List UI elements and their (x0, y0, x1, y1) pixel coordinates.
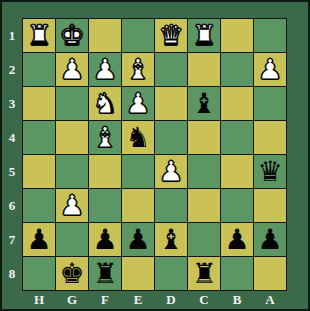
square-d6[interactable] (155, 189, 187, 222)
square-b5[interactable] (221, 155, 253, 188)
piece-white-pawn: ♟︎ (257, 56, 282, 84)
file-label-d: D (155, 291, 187, 308)
square-a4[interactable] (254, 121, 286, 154)
piece-black-pawn: ♟︎ (224, 226, 249, 254)
square-c1[interactable]: ♜︎ (188, 19, 220, 52)
file-label-e: E (122, 291, 154, 308)
square-h7[interactable]: ♟︎ (23, 223, 55, 256)
chess-board: ♜︎♚︎♛︎♜︎♟︎♟︎♝︎♟︎♞︎♟︎♝︎♝︎♞︎♟︎♛︎♟︎♟︎♟︎♟︎♝︎… (22, 18, 287, 291)
square-b3[interactable] (221, 87, 253, 120)
square-g3[interactable] (56, 87, 88, 120)
square-f7[interactable]: ♟︎ (89, 223, 121, 256)
square-h4[interactable] (23, 121, 55, 154)
square-b4[interactable] (221, 121, 253, 154)
piece-black-knight: ♞︎ (125, 124, 150, 152)
file-label-a: A (254, 291, 286, 308)
rank-labels: 12345678 (2, 19, 22, 291)
square-c8[interactable]: ♜︎ (188, 257, 220, 290)
piece-black-pawn: ♟︎ (125, 226, 150, 254)
rank-label-2: 2 (2, 53, 22, 87)
square-c2[interactable] (188, 53, 220, 86)
square-g2[interactable]: ♟︎ (56, 53, 88, 86)
square-f3[interactable]: ♞︎ (89, 87, 121, 120)
file-label-h: H (23, 291, 55, 308)
square-g7[interactable] (56, 223, 88, 256)
square-d8[interactable] (155, 257, 187, 290)
chess-board-frame: 12345678 ♜︎♚︎♛︎♜︎♟︎♟︎♝︎♟︎♞︎♟︎♝︎♝︎♞︎♟︎♛︎♟… (0, 0, 310, 311)
piece-white-bishop: ♝︎ (125, 56, 150, 84)
square-a1[interactable] (254, 19, 286, 52)
square-c6[interactable] (188, 189, 220, 222)
file-label-g: G (56, 291, 88, 308)
square-c3[interactable]: ♝︎ (188, 87, 220, 120)
piece-black-bishop: ♝︎ (191, 90, 216, 118)
square-a8[interactable] (254, 257, 286, 290)
square-h8[interactable] (23, 257, 55, 290)
piece-black-pawn: ♟︎ (92, 226, 117, 254)
square-h3[interactable] (23, 87, 55, 120)
square-h1[interactable]: ♜︎ (23, 19, 55, 52)
rank-label-1: 1 (2, 19, 22, 53)
piece-black-pawn: ♟︎ (257, 226, 282, 254)
rank-label-4: 4 (2, 121, 22, 155)
file-label-f: F (89, 291, 121, 308)
square-a3[interactable] (254, 87, 286, 120)
square-d3[interactable] (155, 87, 187, 120)
piece-white-knight: ♞︎ (92, 90, 117, 118)
square-e2[interactable]: ♝︎ (122, 53, 154, 86)
rank-label-7: 7 (2, 223, 22, 257)
square-a5[interactable]: ♛︎ (254, 155, 286, 188)
piece-black-bishop: ♝︎ (158, 226, 183, 254)
piece-black-pawn: ♟︎ (26, 226, 51, 254)
square-c4[interactable] (188, 121, 220, 154)
square-e1[interactable] (122, 19, 154, 52)
piece-white-rook: ♜︎ (191, 22, 216, 50)
square-a2[interactable]: ♟︎ (254, 53, 286, 86)
square-a7[interactable]: ♟︎ (254, 223, 286, 256)
square-a6[interactable] (254, 189, 286, 222)
square-b2[interactable] (221, 53, 253, 86)
square-g6[interactable]: ♟︎ (56, 189, 88, 222)
piece-white-pawn: ♟︎ (125, 90, 150, 118)
square-h5[interactable] (23, 155, 55, 188)
square-d2[interactable] (155, 53, 187, 86)
piece-white-king: ♚︎ (59, 22, 84, 50)
file-labels: HGFEDCBA (23, 291, 286, 308)
square-e3[interactable]: ♟︎ (122, 87, 154, 120)
piece-white-bishop: ♝︎ (92, 124, 117, 152)
square-e6[interactable] (122, 189, 154, 222)
square-e8[interactable] (122, 257, 154, 290)
square-d5[interactable]: ♟︎ (155, 155, 187, 188)
square-d7[interactable]: ♝︎ (155, 223, 187, 256)
square-c7[interactable] (188, 223, 220, 256)
square-d1[interactable]: ♛︎ (155, 19, 187, 52)
square-f5[interactable] (89, 155, 121, 188)
piece-white-rook: ♜︎ (26, 22, 51, 50)
piece-white-pawn: ♟︎ (59, 192, 84, 220)
piece-black-rook: ♜︎ (92, 260, 117, 288)
square-b6[interactable] (221, 189, 253, 222)
square-f4[interactable]: ♝︎ (89, 121, 121, 154)
square-h2[interactable] (23, 53, 55, 86)
square-b8[interactable] (221, 257, 253, 290)
piece-white-queen: ♛︎ (158, 22, 183, 50)
file-label-b: B (221, 291, 253, 308)
square-g5[interactable] (56, 155, 88, 188)
piece-white-pawn: ♟︎ (158, 158, 183, 186)
piece-white-pawn: ♟︎ (92, 56, 117, 84)
square-b1[interactable] (221, 19, 253, 52)
square-e4[interactable]: ♞︎ (122, 121, 154, 154)
square-g1[interactable]: ♚︎ (56, 19, 88, 52)
square-f8[interactable]: ♜︎ (89, 257, 121, 290)
square-f2[interactable]: ♟︎ (89, 53, 121, 86)
square-f6[interactable] (89, 189, 121, 222)
rank-label-8: 8 (2, 257, 22, 291)
square-d4[interactable] (155, 121, 187, 154)
square-c5[interactable] (188, 155, 220, 188)
piece-black-queen: ♛︎ (257, 158, 282, 186)
piece-white-pawn: ♟︎ (59, 56, 84, 84)
square-g4[interactable] (56, 121, 88, 154)
square-e7[interactable]: ♟︎ (122, 223, 154, 256)
square-f1[interactable] (89, 19, 121, 52)
square-h6[interactable] (23, 189, 55, 222)
rank-label-3: 3 (2, 87, 22, 121)
square-g8[interactable]: ♚︎ (56, 257, 88, 290)
square-b7[interactable]: ♟︎ (221, 223, 253, 256)
square-e5[interactable] (122, 155, 154, 188)
rank-label-6: 6 (2, 189, 22, 223)
file-label-c: C (188, 291, 220, 308)
piece-black-rook: ♜︎ (191, 260, 216, 288)
piece-black-king: ♚︎ (59, 260, 84, 288)
rank-label-5: 5 (2, 155, 22, 189)
